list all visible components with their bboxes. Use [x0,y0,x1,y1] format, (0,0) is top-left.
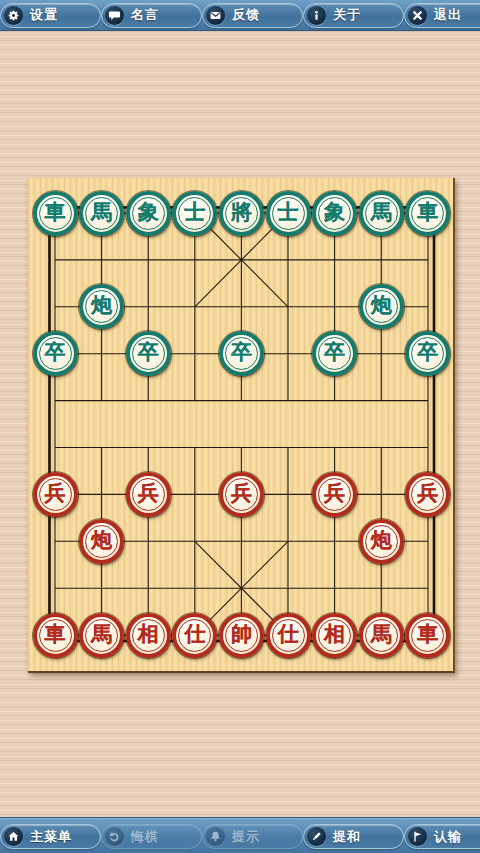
flag-icon [408,827,427,846]
undo-move-button[interactable]: 悔棋 [101,824,202,849]
piece-inner-ring: 兵 [39,478,72,511]
bell-icon [206,827,225,846]
piece-character: 車 [417,202,438,223]
hint-button[interactable]: 提示 [202,824,303,849]
close-icon [408,6,427,25]
settings-button[interactable]: 设置 [0,3,101,28]
piece-inner-ring: 馬 [365,619,398,652]
piece-character: 炮 [371,530,392,551]
speech-bubble-icon [105,6,124,25]
piece-inner-ring: 仕 [178,619,211,652]
xiangqi-piece-red[interactable]: 馬 [359,613,404,658]
piece-inner-ring: 象 [318,197,351,230]
piece-character: 馬 [91,202,112,223]
hint-label: 提示 [232,828,260,846]
piece-character: 士 [278,202,299,223]
xiangqi-piece-black[interactable]: 卒 [219,331,264,376]
piece-character: 卒 [45,342,66,363]
piece-character: 士 [184,202,205,223]
xiangqi-piece-red[interactable]: 炮 [79,519,124,564]
piece-inner-ring: 相 [132,619,165,652]
xiangqi-piece-black[interactable]: 馬 [79,191,124,236]
quotes-button[interactable]: 名言 [101,3,202,28]
piece-character: 兵 [417,483,438,504]
xiangqi-piece-red[interactable]: 車 [33,613,78,658]
piece-character: 炮 [371,295,392,316]
xiangqi-piece-red[interactable]: 炮 [359,519,404,564]
xiangqi-piece-black[interactable]: 象 [126,191,171,236]
piece-inner-ring: 兵 [132,478,165,511]
about-label: 关于 [333,6,361,24]
piece-inner-ring: 車 [39,619,72,652]
xiangqi-piece-red[interactable]: 馬 [79,613,124,658]
piece-inner-ring: 士 [178,197,211,230]
piece-inner-ring: 將 [225,197,258,230]
piece-inner-ring: 馬 [85,197,118,230]
quotes-label: 名言 [131,6,159,24]
feedback-label: 反馈 [232,6,260,24]
piece-character: 炮 [91,295,112,316]
resign-label: 认输 [434,828,462,846]
xiangqi-piece-black[interactable]: 士 [266,191,311,236]
home-icon [4,827,23,846]
piece-inner-ring: 帥 [225,619,258,652]
piece-character: 象 [324,202,345,223]
piece-inner-ring: 卒 [318,337,351,370]
bottom-toolbar: 主菜单 悔棋 提示 提和 [0,818,480,853]
piece-inner-ring: 炮 [365,290,398,323]
xiangqi-piece-black[interactable]: 卒 [33,331,78,376]
piece-character: 車 [45,624,66,645]
xiangqi-piece-black[interactable]: 象 [312,191,357,236]
piece-inner-ring: 車 [411,197,444,230]
envelope-icon [206,6,225,25]
gear-icon [4,6,23,25]
piece-character: 相 [324,624,345,645]
piece-character: 兵 [324,483,345,504]
piece-character: 帥 [231,624,252,645]
piece-inner-ring: 卒 [132,337,165,370]
piece-inner-ring: 仕 [272,619,305,652]
piece-inner-ring: 象 [132,197,165,230]
xiangqi-piece-red[interactable]: 車 [405,613,450,658]
piece-inner-ring: 炮 [85,290,118,323]
piece-character: 兵 [138,483,159,504]
piece-character: 馬 [371,202,392,223]
piece-inner-ring: 卒 [411,337,444,370]
pencil-icon [307,827,326,846]
main-menu-button[interactable]: 主菜单 [0,824,101,849]
xiangqi-piece-black[interactable]: 炮 [359,284,404,329]
xiangqi-piece-black[interactable]: 車 [405,191,450,236]
xiangqi-piece-red[interactable]: 相 [126,613,171,658]
piece-character: 兵 [45,483,66,504]
xiangqi-piece-red[interactable]: 帥 [219,613,264,658]
exit-button[interactable]: 退出 [404,3,480,28]
board-grid [28,178,455,673]
xiangqi-piece-red[interactable]: 兵 [312,472,357,517]
piece-inner-ring: 卒 [225,337,258,370]
offer-draw-label: 提和 [333,828,361,846]
xiangqi-piece-black[interactable]: 卒 [126,331,171,376]
piece-character: 兵 [231,483,252,504]
piece-character: 馬 [371,624,392,645]
xiangqi-piece-red[interactable]: 仕 [172,613,217,658]
piece-character: 炮 [91,530,112,551]
xiangqi-piece-red[interactable]: 仕 [266,613,311,658]
piece-character: 卒 [231,342,252,363]
piece-inner-ring: 卒 [39,337,72,370]
xiangqi-board[interactable]: 車馬象士將士象馬車炮炮卒卒卒卒卒兵兵兵兵兵炮炮車馬相仕帥仕相馬車 [28,178,455,673]
piece-character: 卒 [138,342,159,363]
piece-character: 仕 [278,624,299,645]
piece-inner-ring: 炮 [85,525,118,558]
top-toolbar: 设置 名言 反馈 关于 [0,0,480,31]
xiangqi-piece-black[interactable]: 車 [33,191,78,236]
offer-draw-button[interactable]: 提和 [303,824,404,849]
xiangqi-piece-black[interactable]: 士 [172,191,217,236]
piece-inner-ring: 馬 [85,619,118,652]
xiangqi-piece-red[interactable]: 兵 [33,472,78,517]
piece-character: 仕 [184,624,205,645]
piece-character: 馬 [91,624,112,645]
piece-character: 將 [231,202,252,223]
xiangqi-piece-black[interactable]: 將 [219,191,264,236]
piece-inner-ring: 炮 [365,525,398,558]
xiangqi-piece-black[interactable]: 馬 [359,191,404,236]
feedback-button[interactable]: 反馈 [202,3,303,28]
resign-button[interactable]: 认输 [404,824,480,849]
undo-icon [105,827,124,846]
piece-inner-ring: 兵 [411,478,444,511]
piece-character: 象 [138,202,159,223]
about-button[interactable]: 关于 [303,3,404,28]
piece-inner-ring: 兵 [318,478,351,511]
xiangqi-piece-red[interactable]: 兵 [126,472,171,517]
piece-character: 車 [417,624,438,645]
exit-label: 退出 [434,6,462,24]
xiangqi-piece-black[interactable]: 卒 [312,331,357,376]
main-menu-label: 主菜单 [30,828,72,846]
piece-inner-ring: 兵 [225,478,258,511]
piece-character: 卒 [417,342,438,363]
xiangqi-piece-red[interactable]: 兵 [219,472,264,517]
piece-inner-ring: 士 [272,197,305,230]
piece-inner-ring: 車 [411,619,444,652]
xiangqi-piece-red[interactable]: 兵 [405,472,450,517]
piece-character: 卒 [324,342,345,363]
info-icon [307,6,326,25]
piece-character: 相 [138,624,159,645]
settings-label: 设置 [30,6,58,24]
piece-inner-ring: 車 [39,197,72,230]
piece-inner-ring: 相 [318,619,351,652]
xiangqi-piece-red[interactable]: 相 [312,613,357,658]
undo-move-label: 悔棋 [131,828,159,846]
piece-inner-ring: 馬 [365,197,398,230]
piece-character: 車 [45,202,66,223]
